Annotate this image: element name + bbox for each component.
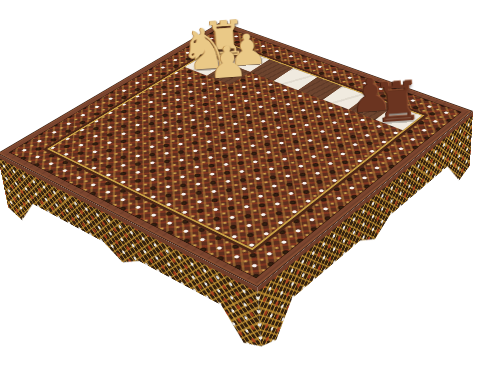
camera-roll-wrapper: ♜♟♟♜♞♟ <box>0 0 480 365</box>
chess-board-top: ♜♟♟♜♞♟ <box>0 21 473 287</box>
chess-set-product-photo: ♜♟♟♜♞♟ <box>0 0 480 365</box>
white-pawn: ♟ <box>207 39 249 85</box>
scene: ♜♟♟♜♞♟ <box>0 0 480 365</box>
square-b2: ♟ <box>207 63 250 85</box>
